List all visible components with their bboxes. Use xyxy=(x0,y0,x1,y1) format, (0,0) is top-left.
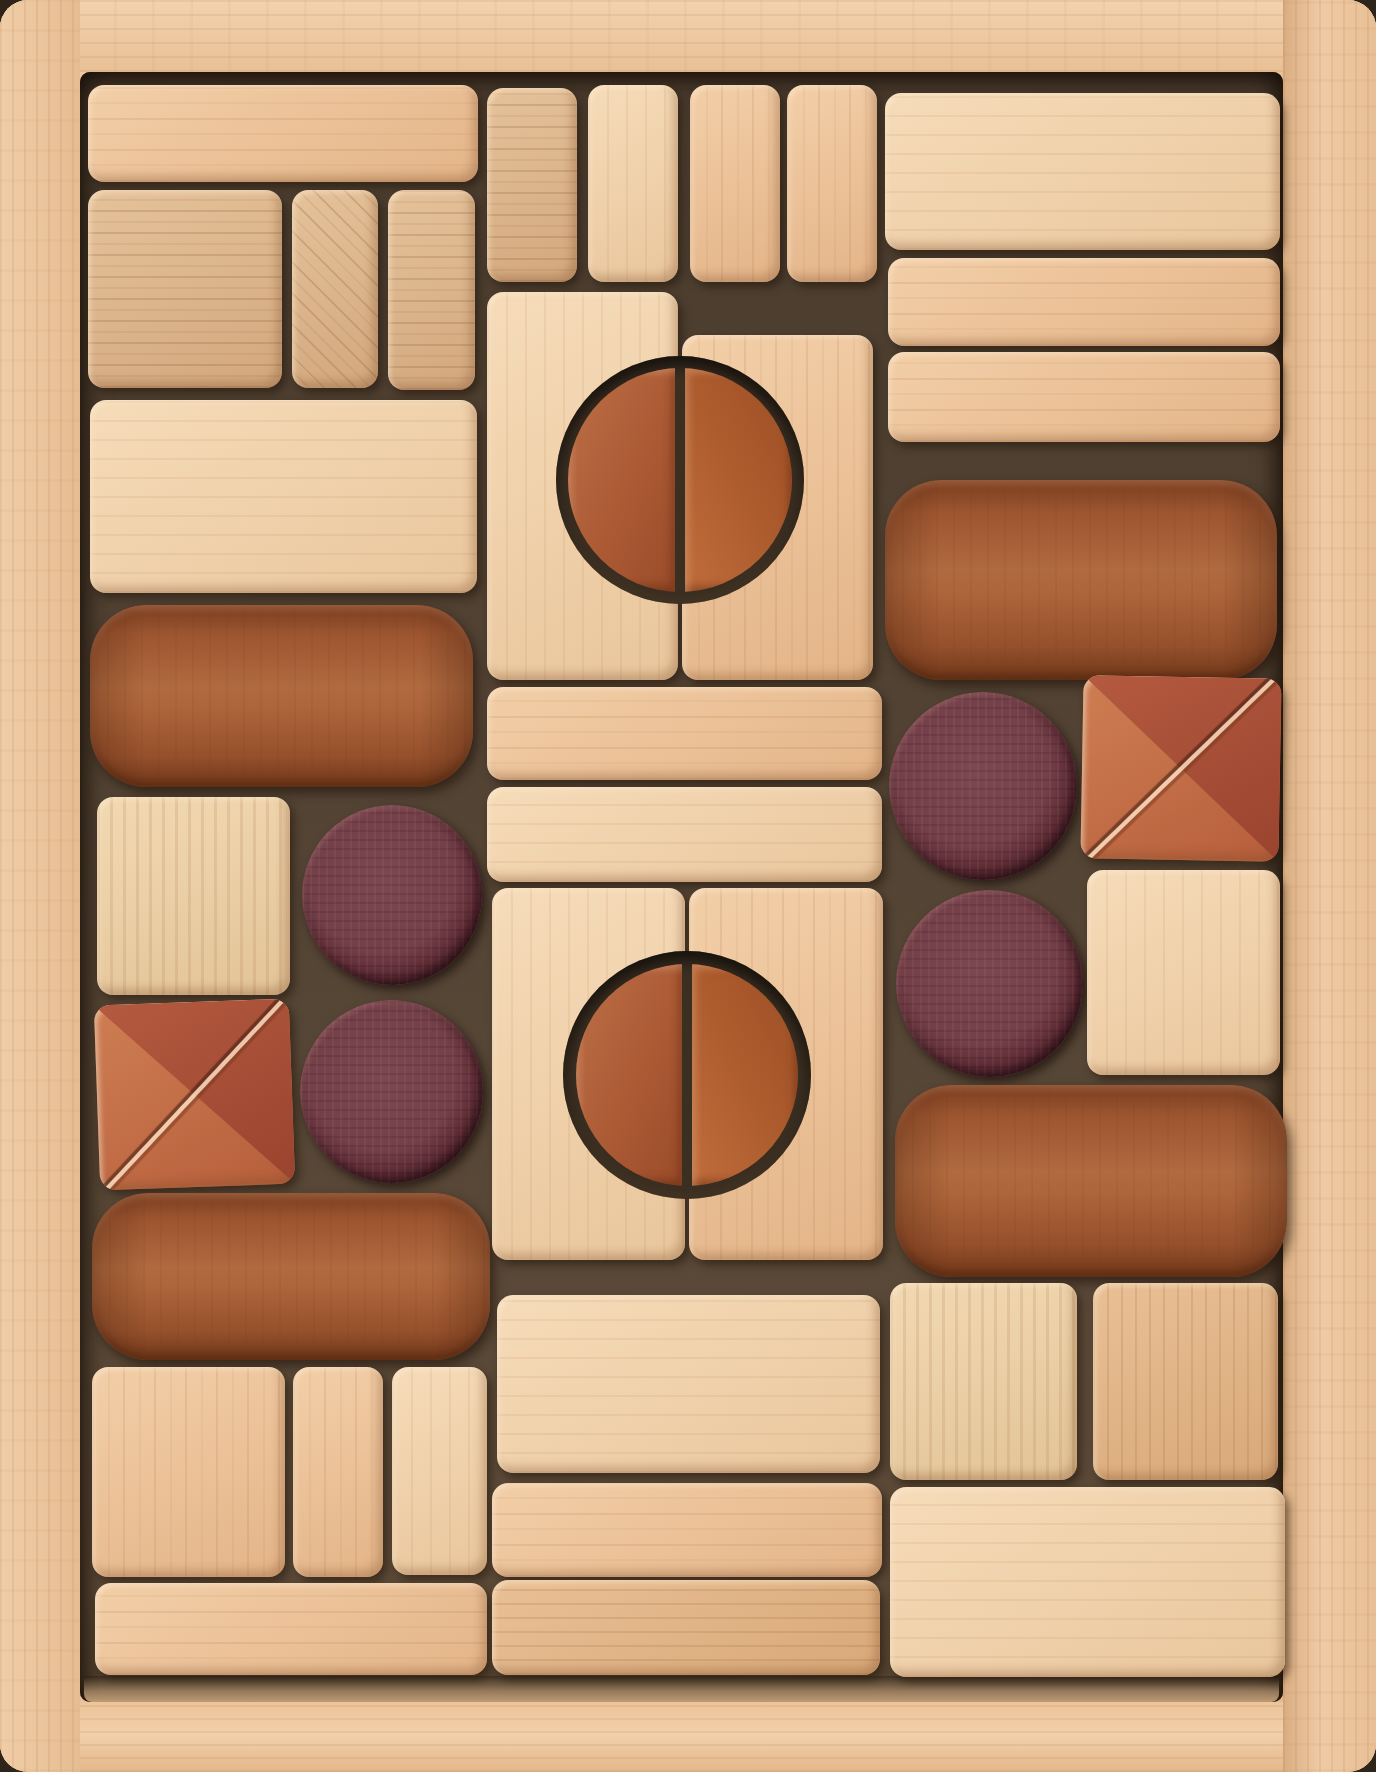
square-maple-left xyxy=(97,797,290,995)
rect-small-maple xyxy=(388,190,475,390)
plank-bottom-left xyxy=(95,1583,487,1675)
board-bottom-center xyxy=(497,1295,880,1473)
cylinder-brown-left-lower xyxy=(92,1193,490,1360)
rect-bottom-left-2 xyxy=(392,1367,487,1575)
tray-rim-top xyxy=(0,0,1376,72)
wooden-blocks-photo: { "game": "wooden-building-blocks-tray",… xyxy=(0,0,1376,1772)
plank-right-2 xyxy=(888,352,1280,442)
square-right xyxy=(1087,870,1280,1075)
board-bottom-right xyxy=(890,1487,1285,1677)
rect-top-center-3 xyxy=(690,85,780,282)
maroon-cylinder-end-right-lower xyxy=(896,890,1083,1077)
plank-top-left xyxy=(88,85,478,182)
triangle-square-right-diagonal-seam xyxy=(1080,675,1281,861)
board-top-right xyxy=(885,93,1280,250)
plank-middle-1 xyxy=(487,687,882,780)
orange-disc-pair-lower xyxy=(576,964,798,1186)
square-large-top-left xyxy=(88,190,282,388)
maroon-cylinder-end-left-lower xyxy=(300,1000,483,1183)
rect-small-diagonal-grain xyxy=(292,190,378,388)
triangle-square-left xyxy=(94,999,295,1191)
plank-bottom-center-1 xyxy=(492,1483,882,1577)
tray-rim-left xyxy=(0,0,80,1772)
rect-large-left xyxy=(90,400,477,593)
rect-bottom-right-2 xyxy=(1093,1283,1278,1480)
cylinder-brown-right-upper xyxy=(885,480,1277,680)
cylinder-brown-left-upper xyxy=(90,605,473,787)
tray-rim-bottom xyxy=(0,1702,1376,1772)
triangle-square-left-diagonal-seam xyxy=(94,999,295,1191)
maroon-cylinder-end-right-upper xyxy=(889,692,1077,880)
triangle-square-right xyxy=(1080,675,1281,861)
rect-top-center-2 xyxy=(588,85,678,282)
square-large-bottom-left xyxy=(92,1367,285,1577)
rect-bottom-right-1 xyxy=(890,1283,1077,1480)
plank-bottom-center-2 xyxy=(492,1580,880,1675)
rect-top-center-4 xyxy=(787,85,877,282)
maroon-cylinder-end-left-upper xyxy=(302,805,482,985)
tray-rim-right xyxy=(1283,0,1376,1772)
wooden-tray xyxy=(0,0,1376,1772)
rect-top-center-maple xyxy=(487,88,577,282)
orange-disc-pair-upper xyxy=(568,368,792,592)
plank-middle-2 xyxy=(487,787,882,882)
plank-right-1 xyxy=(888,258,1280,346)
rect-bottom-left-1 xyxy=(293,1367,383,1577)
cylinder-brown-right-lower xyxy=(895,1085,1287,1277)
